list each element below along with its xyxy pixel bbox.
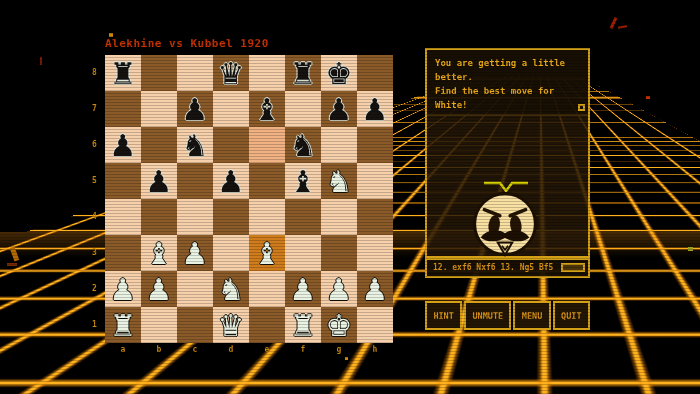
square-e1[interactable] — [249, 307, 285, 343]
coach-message-box: You are getting a little better. Find th… — [425, 48, 590, 116]
square-a1[interactable]: ♜ — [105, 307, 141, 343]
square-b7[interactable] — [141, 91, 177, 127]
rank-label-2: 2 — [88, 284, 101, 293]
square-a6[interactable]: ♟ — [105, 127, 141, 163]
square-f7[interactable] — [285, 91, 321, 127]
square-h1[interactable] — [357, 307, 393, 343]
file-label-c: c — [177, 345, 213, 354]
black-bishop-f5: ♝ — [285, 163, 321, 199]
white-rook-f1: ♜ — [285, 307, 321, 343]
white-pawn-h2: ♟ — [357, 271, 393, 307]
square-a3[interactable] — [105, 235, 141, 271]
white-pawn-c3: ♟ — [177, 235, 213, 271]
white-knight-g5: ♞ — [321, 163, 357, 199]
black-pawn-g7: ♟ — [321, 91, 357, 127]
white-pawn-b2: ♟ — [141, 271, 177, 307]
rank-label-8: 8 — [88, 68, 101, 77]
move-history-bar: 12. exf6 Nxf6 13. Ng5 Bf5 — [425, 258, 590, 278]
square-e2[interactable] — [249, 271, 285, 307]
square-b4[interactable] — [141, 199, 177, 235]
square-g5[interactable]: ♞ — [321, 163, 357, 199]
square-a4[interactable] — [105, 199, 141, 235]
rank-label-6: 6 — [88, 140, 101, 149]
square-g1[interactable]: ♚ — [321, 307, 357, 343]
black-pawn-h7: ♟ — [357, 91, 393, 127]
square-b2[interactable]: ♟ — [141, 271, 177, 307]
square-b8[interactable] — [141, 55, 177, 91]
square-c8[interactable] — [177, 55, 213, 91]
black-queen-d8: ♛ — [213, 55, 249, 91]
square-g8[interactable]: ♚ — [321, 55, 357, 91]
square-a8[interactable]: ♜ — [105, 55, 141, 91]
black-pawn-c7: ♟ — [177, 91, 213, 127]
message-line: Find the best move for — [435, 84, 580, 98]
white-bishop-e3: ♝ — [249, 235, 285, 271]
square-g3[interactable] — [321, 235, 357, 271]
continue-indicator[interactable] — [578, 104, 585, 111]
square-d4[interactable] — [213, 199, 249, 235]
file-label-a: a — [105, 345, 141, 354]
white-bishop-b3: ♝ — [141, 235, 177, 271]
sky-speck — [688, 247, 693, 251]
square-g4[interactable] — [321, 199, 357, 235]
rank-label-5: 5 — [88, 176, 101, 185]
file-label-h: h — [357, 345, 393, 354]
square-c6[interactable]: ♞ — [177, 127, 213, 163]
black-bishop-e7: ♝ — [249, 91, 285, 127]
coach-avatar-area — [425, 114, 590, 258]
square-c1[interactable] — [177, 307, 213, 343]
square-f3[interactable] — [285, 235, 321, 271]
message-line: You are getting a little — [435, 56, 580, 70]
square-h8[interactable] — [357, 55, 393, 91]
white-queen-d1: ♛ — [213, 307, 249, 343]
hud-button-row: HINT UNMUTE MENU QUIT — [425, 301, 590, 330]
square-a2[interactable]: ♟ — [105, 271, 141, 307]
square-d2[interactable]: ♞ — [213, 271, 249, 307]
game-title: Alekhine vs Kubbel 1920 — [105, 37, 269, 50]
square-c5[interactable] — [177, 163, 213, 199]
square-c3[interactable]: ♟ — [177, 235, 213, 271]
square-b6[interactable] — [141, 127, 177, 163]
sky-speck — [7, 263, 17, 266]
square-c7[interactable]: ♟ — [177, 91, 213, 127]
coach-face — [472, 191, 538, 257]
square-g6[interactable] — [321, 127, 357, 163]
rank-label-3: 3 — [88, 248, 101, 257]
black-pawn-b5: ♟ — [141, 163, 177, 199]
file-label-d: d — [213, 345, 249, 354]
rank-label-4: 4 — [88, 212, 101, 221]
black-rook-f8: ♜ — [285, 55, 321, 91]
menu-button[interactable]: MENU — [513, 301, 550, 330]
square-a5[interactable] — [105, 163, 141, 199]
square-c4[interactable] — [177, 199, 213, 235]
move-history-text: 12. exf6 Nxf6 13. Ng5 Bf5 — [433, 263, 553, 272]
square-h7[interactable]: ♟ — [357, 91, 393, 127]
file-label-b: b — [141, 345, 177, 354]
square-e3[interactable]: ♝ — [249, 235, 285, 271]
white-king-g1: ♚ — [321, 307, 357, 343]
square-e8[interactable] — [249, 55, 285, 91]
black-pawn-d5: ♟ — [213, 163, 249, 199]
white-pawn-a2: ♟ — [105, 271, 141, 307]
white-knight-d2: ♞ — [213, 271, 249, 307]
board: ♜♛♜♚♟♝♟♟♟♞♞♟♟♝♞♝♟♝♟♟♞♟♟♟♜♛♜♚ — [105, 55, 393, 343]
square-b3[interactable]: ♝ — [141, 235, 177, 271]
square-c2[interactable] — [177, 271, 213, 307]
black-pawn-a6: ♟ — [105, 127, 141, 163]
file-label-g: g — [321, 345, 357, 354]
rank-label-1: 1 — [88, 320, 101, 329]
square-g7[interactable]: ♟ — [321, 91, 357, 127]
sky-speck — [40, 57, 42, 65]
square-f8[interactable]: ♜ — [285, 55, 321, 91]
square-g2[interactable]: ♟ — [321, 271, 357, 307]
sky-speck — [345, 357, 348, 360]
game-screen: Alekhine vs Kubbel 1920 ♜♛♜♚♟♝♟♟♟♞♞♟♟♝♞♝… — [0, 0, 700, 394]
square-d6[interactable] — [213, 127, 249, 163]
square-d5[interactable]: ♟ — [213, 163, 249, 199]
square-d8[interactable]: ♛ — [213, 55, 249, 91]
black-king-g8: ♚ — [321, 55, 357, 91]
square-d7[interactable] — [213, 91, 249, 127]
square-h6[interactable] — [357, 127, 393, 163]
file-label-f: f — [285, 345, 321, 354]
quit-button[interactable]: QUIT — [553, 301, 590, 330]
square-d3[interactable] — [213, 235, 249, 271]
square-d1[interactable]: ♛ — [213, 307, 249, 343]
message-line: White! — [435, 98, 580, 112]
black-rook-a8: ♜ — [105, 55, 141, 91]
white-rook-a1: ♜ — [105, 307, 141, 343]
square-e5[interactable] — [249, 163, 285, 199]
square-f5[interactable]: ♝ — [285, 163, 321, 199]
white-pawn-g2: ♟ — [321, 271, 357, 307]
square-f4[interactable] — [285, 199, 321, 235]
rank-label-7: 7 — [88, 104, 101, 113]
square-e7[interactable]: ♝ — [249, 91, 285, 127]
hint-button[interactable]: HINT — [425, 301, 462, 330]
square-h3[interactable] — [357, 235, 393, 271]
square-b1[interactable] — [141, 307, 177, 343]
square-h2[interactable]: ♟ — [357, 271, 393, 307]
message-line: better. — [435, 70, 580, 84]
white-pawn-f2: ♟ — [285, 271, 321, 307]
square-h4[interactable] — [357, 199, 393, 235]
sky-speck — [646, 96, 650, 99]
square-b5[interactable]: ♟ — [141, 163, 177, 199]
unmute-button[interactable]: UNMUTE — [464, 301, 511, 330]
file-label-e: e — [249, 345, 285, 354]
square-e4[interactable] — [249, 199, 285, 235]
moves-scroll-indicator[interactable] — [561, 263, 585, 272]
square-f1[interactable]: ♜ — [285, 307, 321, 343]
black-knight-c6: ♞ — [177, 127, 213, 163]
square-a7[interactable] — [105, 91, 141, 127]
square-f2[interactable]: ♟ — [285, 271, 321, 307]
square-h5[interactable] — [357, 163, 393, 199]
black-knight-f6: ♞ — [285, 127, 321, 163]
square-e6[interactable] — [249, 127, 285, 163]
square-f6[interactable]: ♞ — [285, 127, 321, 163]
